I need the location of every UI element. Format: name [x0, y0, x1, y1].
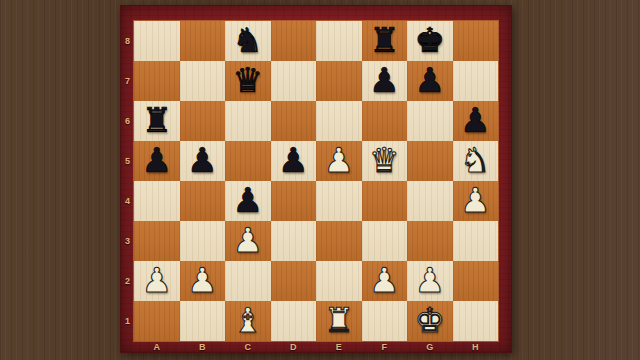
square-b5[interactable]: ♟ [180, 141, 226, 181]
rank-label-8: 8 [121, 21, 134, 61]
square-g7[interactable]: ♟ [407, 61, 453, 101]
rank-label-6: 6 [121, 101, 134, 141]
file-label-d: D [271, 341, 317, 354]
file-label-a: A [134, 341, 180, 354]
square-h2[interactable] [453, 261, 499, 301]
square-e5[interactable]: ♟ [316, 141, 362, 181]
square-c3[interactable]: ♟ [225, 221, 271, 261]
square-b1[interactable] [180, 301, 226, 341]
square-h7[interactable] [453, 61, 499, 101]
file-label-f: F [362, 341, 408, 354]
square-g2[interactable]: ♟ [407, 261, 453, 301]
square-b4[interactable] [180, 181, 226, 221]
rank-label-1: 1 [121, 301, 134, 341]
file-label-h: H [453, 341, 499, 354]
piece-black-king[interactable]: ♚ [415, 21, 445, 60]
square-f3[interactable] [362, 221, 408, 261]
square-e4[interactable] [316, 181, 362, 221]
square-b2[interactable]: ♟ [180, 261, 226, 301]
square-b6[interactable] [180, 101, 226, 141]
square-f8[interactable]: ♜ [362, 21, 408, 61]
square-c2[interactable] [225, 261, 271, 301]
square-a2[interactable]: ♟ [134, 261, 180, 301]
piece-white-pawn[interactable]: ♟ [369, 261, 399, 300]
square-a4[interactable] [134, 181, 180, 221]
square-h1[interactable] [453, 301, 499, 341]
square-d6[interactable] [271, 101, 317, 141]
square-b8[interactable] [180, 21, 226, 61]
square-c7[interactable]: ♛ [225, 61, 271, 101]
square-b7[interactable] [180, 61, 226, 101]
piece-black-rook[interactable]: ♜ [142, 101, 172, 140]
file-label-b: B [180, 341, 226, 354]
piece-black-pawn[interactable]: ♟ [142, 141, 172, 180]
square-d5[interactable]: ♟ [271, 141, 317, 181]
square-c4[interactable]: ♟ [225, 181, 271, 221]
square-f1[interactable] [362, 301, 408, 341]
piece-black-rook[interactable]: ♜ [369, 21, 399, 60]
square-g5[interactable] [407, 141, 453, 181]
piece-black-pawn[interactable]: ♟ [278, 141, 308, 180]
square-e8[interactable] [316, 21, 362, 61]
square-e3[interactable] [316, 221, 362, 261]
square-g1[interactable]: ♚ [407, 301, 453, 341]
square-a6[interactable]: ♜ [134, 101, 180, 141]
square-a8[interactable] [134, 21, 180, 61]
piece-white-pawn[interactable]: ♟ [187, 261, 217, 300]
square-h6[interactable]: ♟ [453, 101, 499, 141]
square-c8[interactable]: ♞ [225, 21, 271, 61]
square-a3[interactable] [134, 221, 180, 261]
file-label-c: C [225, 341, 271, 354]
square-h4[interactable]: ♟ [453, 181, 499, 221]
square-d8[interactable] [271, 21, 317, 61]
rank-label-7: 7 [121, 61, 134, 101]
rank-label-4: 4 [121, 181, 134, 221]
piece-white-pawn[interactable]: ♟ [324, 141, 354, 180]
square-h3[interactable] [453, 221, 499, 261]
rank-label-5: 5 [121, 141, 134, 181]
square-e6[interactable] [316, 101, 362, 141]
square-e1[interactable]: ♜ [316, 301, 362, 341]
square-a1[interactable] [134, 301, 180, 341]
square-f7[interactable]: ♟ [362, 61, 408, 101]
file-label-g: G [407, 341, 453, 354]
square-h5[interactable]: ♞ [453, 141, 499, 181]
piece-black-pawn[interactable]: ♟ [369, 61, 399, 100]
square-e2[interactable] [316, 261, 362, 301]
square-g4[interactable] [407, 181, 453, 221]
square-f2[interactable]: ♟ [362, 261, 408, 301]
square-g3[interactable] [407, 221, 453, 261]
piece-white-bishop[interactable]: ♝ [233, 301, 263, 340]
square-d3[interactable] [271, 221, 317, 261]
piece-white-pawn[interactable]: ♟ [460, 181, 490, 220]
square-g6[interactable] [407, 101, 453, 141]
piece-white-queen[interactable]: ♛ [369, 141, 399, 180]
chess-board-frame: ♞♜♚♛♟♟♜♟♟♟♟♟♛♞♟♟♟♟♟♟♟♝♜♚ 87654321ABCDEFG… [120, 5, 512, 353]
square-d1[interactable] [271, 301, 317, 341]
square-f4[interactable] [362, 181, 408, 221]
piece-white-knight[interactable]: ♞ [460, 141, 490, 180]
square-b3[interactable] [180, 221, 226, 261]
square-a7[interactable] [134, 61, 180, 101]
square-c6[interactable] [225, 101, 271, 141]
square-g8[interactable]: ♚ [407, 21, 453, 61]
table-background: { "game": "chess", "position": { "fen": … [0, 0, 640, 360]
square-f5[interactable]: ♛ [362, 141, 408, 181]
piece-white-rook[interactable]: ♜ [324, 301, 354, 340]
piece-white-king[interactable]: ♚ [415, 301, 445, 340]
square-d2[interactable] [271, 261, 317, 301]
square-a5[interactable]: ♟ [134, 141, 180, 181]
chess-board: ♞♜♚♛♟♟♜♟♟♟♟♟♛♞♟♟♟♟♟♟♟♝♜♚ [134, 21, 498, 341]
piece-white-pawn[interactable]: ♟ [415, 261, 445, 300]
piece-black-pawn[interactable]: ♟ [233, 181, 263, 220]
piece-black-pawn[interactable]: ♟ [187, 141, 217, 180]
rank-label-2: 2 [121, 261, 134, 301]
piece-black-pawn[interactable]: ♟ [460, 101, 490, 140]
square-c5[interactable] [225, 141, 271, 181]
square-h8[interactable] [453, 21, 499, 61]
rank-label-3: 3 [121, 221, 134, 261]
square-d4[interactable] [271, 181, 317, 221]
file-label-e: E [316, 341, 362, 354]
piece-white-pawn[interactable]: ♟ [142, 261, 172, 300]
piece-white-pawn[interactable]: ♟ [233, 221, 263, 260]
square-f6[interactable] [362, 101, 408, 141]
piece-black-knight[interactable]: ♞ [233, 21, 263, 60]
square-e7[interactable] [316, 61, 362, 101]
piece-black-pawn[interactable]: ♟ [415, 61, 445, 100]
piece-black-queen[interactable]: ♛ [233, 61, 263, 100]
square-c1[interactable]: ♝ [225, 301, 271, 341]
square-d7[interactable] [271, 61, 317, 101]
